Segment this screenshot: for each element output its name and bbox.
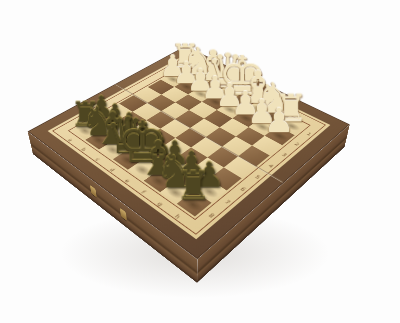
square-h2[interactable]: ♟: [265, 126, 295, 145]
square-a4[interactable]: [134, 87, 161, 103]
chess-set: ♜♞♝♛♚♝♞♜♟♟♟♟♟♟♟♟♟♟♟♟♟♟♟♟♜♞♝♛♚♝♞♜ abcdefg…: [28, 46, 350, 259]
scene: ♜♞♝♛♚♝♞♜♟♟♟♟♟♟♟♟♟♟♟♟♟♟♟♟♜♞♝♛♚♝♞♜ abcdefg…: [0, 0, 400, 323]
rank-label: 8: [200, 206, 224, 225]
board-border: ♜♞♝♛♚♝♞♜♟♟♟♟♟♟♟♟♟♟♟♟♟♟♟♟♜♞♝♛♚♝♞♜ abcdefg…: [48, 54, 331, 239]
rank-label: 4: [261, 158, 282, 173]
brass-latch: [90, 185, 97, 198]
photo-backdrop: ♜♞♝♛♚♝♞♜♟♟♟♟♟♟♟♟♟♟♟♟♟♟♟♟♜♞♝♛♚♝♞♜ abcdefg…: [0, 0, 400, 323]
file-label: h: [166, 207, 191, 225]
white-pawn[interactable]: ♟: [244, 104, 313, 136]
board-frame: ♜♞♝♛♚♝♞♜♟♟♟♟♟♟♟♟♟♟♟♟♟♟♟♟♜♞♝♛♚♝♞♜ abcdefg…: [28, 46, 350, 259]
rank-label: 5: [247, 169, 268, 185]
black-rook[interactable]: ♜: [153, 167, 233, 205]
brass-latch: [120, 208, 127, 221]
square-h8[interactable]: ♜: [177, 191, 211, 216]
